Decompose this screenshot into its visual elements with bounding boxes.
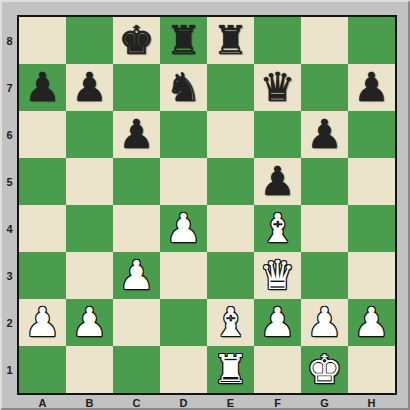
white-pawn-piece: ♟ — [19, 299, 66, 346]
square-e5[interactable] — [207, 158, 254, 205]
square-g8[interactable] — [301, 17, 348, 64]
square-g1[interactable]: ♚ — [301, 346, 348, 393]
square-f4[interactable]: ♝ — [254, 205, 301, 252]
square-a5[interactable] — [19, 158, 66, 205]
rank-label-8: 8 — [2, 17, 17, 64]
square-h3[interactable] — [348, 252, 395, 299]
white-pawn-piece: ♟ — [301, 299, 348, 346]
black-pawn-piece: ♟ — [113, 111, 160, 158]
square-e4[interactable] — [207, 205, 254, 252]
chess-diagram-frame: 87654321 ♚♜♜♟♟♞♛♟♟♟♟♟♝♟♛♟♟♝♟♟♟♜♚ ABCDEFG… — [0, 0, 410, 410]
square-b1[interactable] — [66, 346, 113, 393]
square-e2[interactable]: ♝ — [207, 299, 254, 346]
rank-label-3: 3 — [2, 252, 17, 299]
square-c3[interactable]: ♟ — [113, 252, 160, 299]
black-rook-piece: ♜ — [160, 17, 207, 64]
file-label-g: G — [301, 396, 348, 410]
square-g2[interactable]: ♟ — [301, 299, 348, 346]
square-d1[interactable] — [160, 346, 207, 393]
square-e3[interactable] — [207, 252, 254, 299]
black-queen-piece: ♛ — [254, 64, 301, 111]
square-b4[interactable] — [66, 205, 113, 252]
white-pawn-piece: ♟ — [254, 299, 301, 346]
file-label-a: A — [19, 396, 66, 410]
file-label-d: D — [160, 396, 207, 410]
square-c1[interactable] — [113, 346, 160, 393]
square-d5[interactable] — [160, 158, 207, 205]
black-pawn-piece: ♟ — [348, 64, 395, 111]
square-f7[interactable]: ♛ — [254, 64, 301, 111]
square-c2[interactable] — [113, 299, 160, 346]
square-e7[interactable] — [207, 64, 254, 111]
square-f3[interactable]: ♛ — [254, 252, 301, 299]
square-f2[interactable]: ♟ — [254, 299, 301, 346]
white-pawn-piece: ♟ — [113, 252, 160, 299]
square-f1[interactable] — [254, 346, 301, 393]
square-f6[interactable] — [254, 111, 301, 158]
square-b2[interactable]: ♟ — [66, 299, 113, 346]
file-label-c: C — [113, 396, 160, 410]
white-king-piece: ♚ — [301, 346, 348, 393]
square-g5[interactable] — [301, 158, 348, 205]
black-rook-piece: ♜ — [207, 17, 254, 64]
square-d3[interactable] — [160, 252, 207, 299]
square-c6[interactable]: ♟ — [113, 111, 160, 158]
square-d4[interactable]: ♟ — [160, 205, 207, 252]
white-rook-piece: ♜ — [207, 346, 254, 393]
square-c5[interactable] — [113, 158, 160, 205]
square-b3[interactable] — [66, 252, 113, 299]
file-labels: ABCDEFGH — [19, 396, 395, 410]
rank-label-4: 4 — [2, 205, 17, 252]
square-a2[interactable]: ♟ — [19, 299, 66, 346]
square-d7[interactable]: ♞ — [160, 64, 207, 111]
square-h1[interactable] — [348, 346, 395, 393]
square-a1[interactable] — [19, 346, 66, 393]
square-d2[interactable] — [160, 299, 207, 346]
white-pawn-piece: ♟ — [160, 205, 207, 252]
square-h5[interactable] — [348, 158, 395, 205]
black-pawn-piece: ♟ — [66, 64, 113, 111]
square-b6[interactable] — [66, 111, 113, 158]
square-g3[interactable] — [301, 252, 348, 299]
white-pawn-piece: ♟ — [348, 299, 395, 346]
rank-label-5: 5 — [2, 158, 17, 205]
square-e6[interactable] — [207, 111, 254, 158]
black-pawn-piece: ♟ — [301, 111, 348, 158]
black-pawn-piece: ♟ — [19, 64, 66, 111]
rank-label-7: 7 — [2, 64, 17, 111]
rank-label-6: 6 — [2, 111, 17, 158]
square-d8[interactable]: ♜ — [160, 17, 207, 64]
square-a4[interactable] — [19, 205, 66, 252]
black-knight-piece: ♞ — [160, 64, 207, 111]
square-c4[interactable] — [113, 205, 160, 252]
chess-board: ♚♜♜♟♟♞♛♟♟♟♟♟♝♟♛♟♟♝♟♟♟♜♚ — [17, 15, 397, 395]
square-b8[interactable] — [66, 17, 113, 64]
square-a7[interactable]: ♟ — [19, 64, 66, 111]
square-c8[interactable]: ♚ — [113, 17, 160, 64]
square-b7[interactable]: ♟ — [66, 64, 113, 111]
white-queen-piece: ♛ — [254, 252, 301, 299]
square-a8[interactable] — [19, 17, 66, 64]
square-h6[interactable] — [348, 111, 395, 158]
file-label-h: H — [348, 396, 395, 410]
square-g7[interactable] — [301, 64, 348, 111]
square-g6[interactable]: ♟ — [301, 111, 348, 158]
black-pawn-piece: ♟ — [254, 158, 301, 205]
square-b5[interactable] — [66, 158, 113, 205]
black-king-piece: ♚ — [113, 17, 160, 64]
square-f5[interactable]: ♟ — [254, 158, 301, 205]
white-bishop-piece: ♝ — [254, 205, 301, 252]
file-label-b: B — [66, 396, 113, 410]
rank-label-2: 2 — [2, 299, 17, 346]
white-bishop-piece: ♝ — [207, 299, 254, 346]
square-h8[interactable] — [348, 17, 395, 64]
square-e8[interactable]: ♜ — [207, 17, 254, 64]
square-g4[interactable] — [301, 205, 348, 252]
file-label-f: F — [254, 396, 301, 410]
white-pawn-piece: ♟ — [66, 299, 113, 346]
rank-label-1: 1 — [2, 346, 17, 393]
square-h2[interactable]: ♟ — [348, 299, 395, 346]
rank-labels: 87654321 — [2, 17, 17, 393]
square-a6[interactable] — [19, 111, 66, 158]
file-label-e: E — [207, 396, 254, 410]
square-c7[interactable] — [113, 64, 160, 111]
square-f8[interactable] — [254, 17, 301, 64]
square-e1[interactable]: ♜ — [207, 346, 254, 393]
square-a3[interactable] — [19, 252, 66, 299]
square-h4[interactable] — [348, 205, 395, 252]
square-h7[interactable]: ♟ — [348, 64, 395, 111]
square-d6[interactable] — [160, 111, 207, 158]
